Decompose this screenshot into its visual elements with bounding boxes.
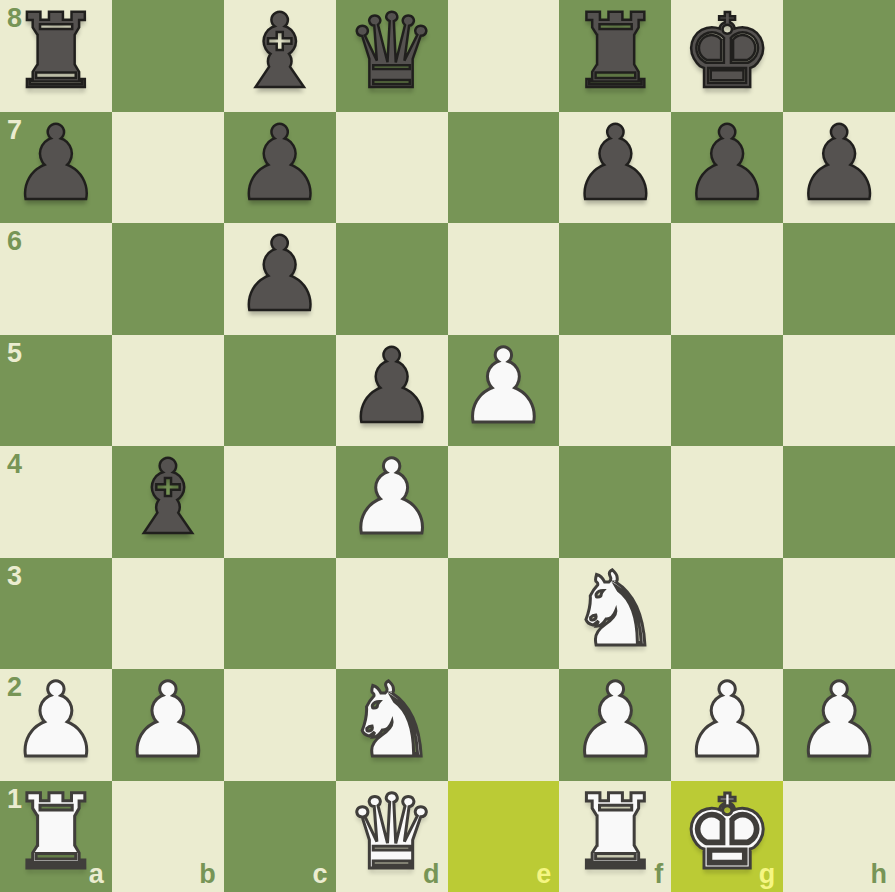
file-label-f: f [654, 861, 663, 888]
square-a5[interactable]: 5 [0, 335, 112, 447]
square-f8[interactable]: ♜ [559, 0, 671, 112]
piece-white-pawn[interactable]: ♟ [681, 669, 773, 772]
square-c8[interactable]: ♝ [224, 0, 336, 112]
square-e1[interactable]: e [448, 781, 560, 892]
square-a3[interactable]: 3 [0, 558, 112, 670]
square-b5[interactable] [112, 335, 224, 447]
square-g3[interactable] [671, 558, 783, 670]
square-e6[interactable] [448, 223, 560, 335]
square-e8[interactable] [448, 0, 560, 112]
square-e3[interactable] [448, 558, 560, 670]
square-e4[interactable] [448, 446, 560, 558]
piece-white-pawn[interactable]: ♟ [345, 446, 437, 549]
square-c6[interactable]: ♟ [224, 223, 336, 335]
piece-white-knight[interactable]: ♞ [569, 558, 661, 661]
file-label-d: d [423, 861, 440, 888]
rank-label-8: 8 [7, 5, 22, 32]
square-d4[interactable]: ♟ [336, 446, 448, 558]
square-d1[interactable]: d♛ [336, 781, 448, 892]
square-h3[interactable] [783, 558, 895, 670]
square-f4[interactable] [559, 446, 671, 558]
square-h1[interactable]: h [783, 781, 895, 892]
rank-label-4: 4 [7, 451, 22, 478]
piece-black-pawn[interactable]: ♟ [569, 112, 661, 215]
piece-black-rook[interactable]: ♜ [10, 0, 102, 103]
file-label-a: a [89, 861, 104, 888]
square-e5[interactable]: ♟ [448, 335, 560, 447]
rank-label-6: 6 [7, 228, 22, 255]
piece-black-pawn[interactable]: ♟ [234, 112, 326, 215]
square-c4[interactable] [224, 446, 336, 558]
piece-black-queen[interactable]: ♛ [345, 0, 437, 103]
square-f1[interactable]: f♜ [559, 781, 671, 892]
piece-black-pawn[interactable]: ♟ [345, 335, 437, 438]
square-e7[interactable] [448, 112, 560, 224]
square-f3[interactable]: ♞ [559, 558, 671, 670]
square-a8[interactable]: 8♜ [0, 0, 112, 112]
piece-black-bishop[interactable]: ♝ [234, 0, 326, 103]
square-f7[interactable]: ♟ [559, 112, 671, 224]
rank-label-7: 7 [7, 117, 22, 144]
square-c3[interactable] [224, 558, 336, 670]
square-g8[interactable]: ♚ [671, 0, 783, 112]
piece-black-rook[interactable]: ♜ [569, 0, 661, 103]
square-d5[interactable]: ♟ [336, 335, 448, 447]
square-d6[interactable] [336, 223, 448, 335]
piece-white-queen[interactable]: ♛ [345, 781, 437, 884]
piece-white-pawn[interactable]: ♟ [10, 669, 102, 772]
square-d8[interactable]: ♛ [336, 0, 448, 112]
file-label-c: c [313, 861, 328, 888]
square-g2[interactable]: ♟ [671, 669, 783, 781]
square-c2[interactable] [224, 669, 336, 781]
chess-board: 8♜♝♛♜♚7♟♟♟♟♟6♟5♟♟4♝♟3♞2♟♟♞♟♟♟1a♜bcd♛ef♜g… [0, 0, 895, 892]
piece-white-pawn[interactable]: ♟ [457, 335, 549, 438]
square-b2[interactable]: ♟ [112, 669, 224, 781]
square-b7[interactable] [112, 112, 224, 224]
square-h4[interactable] [783, 446, 895, 558]
square-d2[interactable]: ♞ [336, 669, 448, 781]
square-a1[interactable]: 1a♜ [0, 781, 112, 892]
square-b1[interactable]: b [112, 781, 224, 892]
piece-white-pawn[interactable]: ♟ [569, 669, 661, 772]
piece-black-pawn[interactable]: ♟ [234, 223, 326, 326]
rank-label-5: 5 [7, 340, 22, 367]
square-b4[interactable]: ♝ [112, 446, 224, 558]
square-d3[interactable] [336, 558, 448, 670]
piece-black-pawn[interactable]: ♟ [10, 112, 102, 215]
square-a4[interactable]: 4 [0, 446, 112, 558]
square-d7[interactable] [336, 112, 448, 224]
square-g6[interactable] [671, 223, 783, 335]
square-h5[interactable] [783, 335, 895, 447]
square-f2[interactable]: ♟ [559, 669, 671, 781]
square-h2[interactable]: ♟ [783, 669, 895, 781]
square-c5[interactable] [224, 335, 336, 447]
file-label-g: g [759, 861, 776, 888]
piece-white-rook[interactable]: ♜ [10, 781, 102, 884]
piece-white-knight[interactable]: ♞ [345, 669, 437, 772]
piece-black-bishop[interactable]: ♝ [122, 446, 214, 549]
file-label-h: h [871, 861, 888, 888]
square-c7[interactable]: ♟ [224, 112, 336, 224]
square-h6[interactable] [783, 223, 895, 335]
piece-white-rook[interactable]: ♜ [569, 781, 661, 884]
file-label-e: e [536, 861, 551, 888]
piece-white-king[interactable]: ♚ [681, 781, 773, 884]
square-b6[interactable] [112, 223, 224, 335]
piece-white-pawn[interactable]: ♟ [122, 669, 214, 772]
square-a6[interactable]: 6 [0, 223, 112, 335]
square-e2[interactable] [448, 669, 560, 781]
rank-label-3: 3 [7, 563, 22, 590]
piece-black-king[interactable]: ♚ [681, 0, 773, 103]
square-b3[interactable] [112, 558, 224, 670]
square-c1[interactable]: c [224, 781, 336, 892]
square-g4[interactable] [671, 446, 783, 558]
square-g1[interactable]: g♚ [671, 781, 783, 892]
square-b8[interactable] [112, 0, 224, 112]
square-g7[interactable]: ♟ [671, 112, 783, 224]
square-h7[interactable]: ♟ [783, 112, 895, 224]
square-a2[interactable]: 2♟ [0, 669, 112, 781]
square-g5[interactable] [671, 335, 783, 447]
piece-white-pawn[interactable]: ♟ [793, 669, 885, 772]
rank-label-2: 2 [7, 674, 22, 701]
rank-label-1: 1 [7, 786, 22, 813]
square-f5[interactable] [559, 335, 671, 447]
square-f6[interactable] [559, 223, 671, 335]
square-h8[interactable] [783, 0, 895, 112]
piece-black-pawn[interactable]: ♟ [681, 112, 773, 215]
square-a7[interactable]: 7♟ [0, 112, 112, 224]
file-label-b: b [199, 861, 216, 888]
piece-black-pawn[interactable]: ♟ [793, 112, 885, 215]
